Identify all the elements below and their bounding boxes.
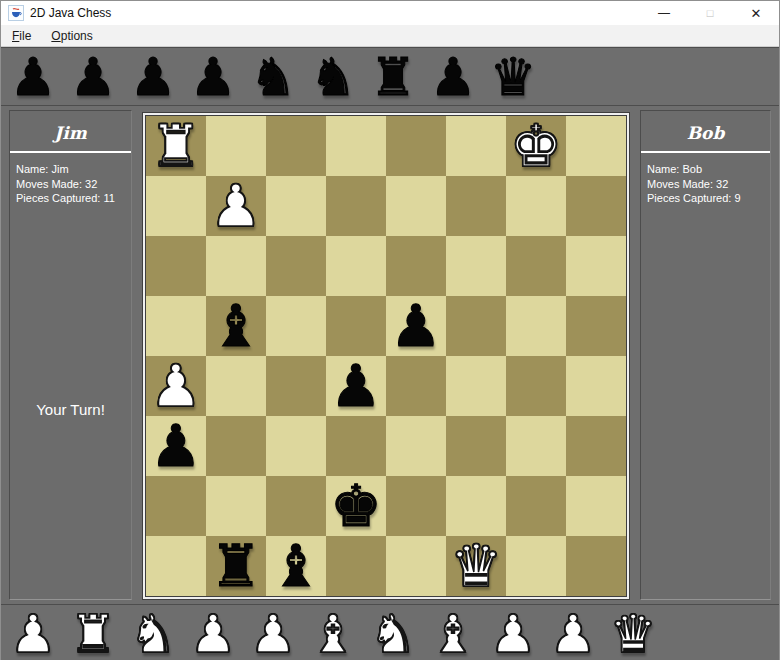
square-c2[interactable] [266,476,326,536]
square-d7[interactable] [326,176,386,236]
square-e6[interactable] [386,236,446,296]
square-a2[interactable] [146,476,206,536]
captured-piece-slot: ♞ [123,605,183,660]
captured-white-pieces-tray: ♟♜♞♟♟♝♞♝♟♟♛ [1,604,779,660]
captured-piece-slot: ♟ [243,605,303,660]
player-name-heading: Bob [641,111,770,151]
captured-piece-slot: ♝ [303,605,363,660]
player-captured-line: Pieces Captured: 11 [16,191,131,206]
piece-bP: ♟ [10,49,57,105]
piece-bP: ♟ [330,356,382,416]
captured-piece-slot: ♟ [483,605,543,660]
captured-piece-slot: ♞ [363,605,423,660]
piece-bP: ♟ [190,49,237,105]
piece-bQ: ♛ [490,49,537,105]
square-e8[interactable] [386,116,446,176]
piece-bP: ♟ [390,296,442,356]
captured-piece-slot: ♟ [183,48,243,105]
java-coffee-cup-icon [8,5,24,21]
square-h8[interactable] [566,116,626,176]
square-g6[interactable] [506,236,566,296]
square-d8[interactable] [326,116,386,176]
square-a6[interactable] [146,236,206,296]
captured-piece-slot: ♝ [423,605,483,660]
square-b8[interactable] [206,116,266,176]
captured-piece-slot: ♟ [543,605,603,660]
square-h1[interactable] [566,536,626,596]
square-h4[interactable] [566,356,626,416]
window-title: 2D Java Chess [30,6,111,20]
square-e1[interactable] [386,536,446,596]
player-name-line: Name: Jim [16,162,131,177]
square-g1[interactable] [506,536,566,596]
piece-wR: ♜ [70,606,117,660]
captured-piece-slot: ♞ [303,48,363,105]
piece-bK: ♚ [330,476,382,536]
square-a3[interactable]: ♟ [146,416,206,476]
square-a7[interactable] [146,176,206,236]
square-d2[interactable]: ♚ [326,476,386,536]
square-c8[interactable] [266,116,326,176]
square-e5[interactable]: ♟ [386,296,446,356]
square-b3[interactable] [206,416,266,476]
square-a4[interactable]: ♟ [146,356,206,416]
window-controls: — □ ✕ [641,1,779,25]
square-g3[interactable] [506,416,566,476]
piece-wQ: ♛ [610,606,657,660]
player-info: Name: Bob Moves Made: 32 Pieces Captured… [641,153,770,206]
square-b5[interactable]: ♝ [206,296,266,356]
square-f8[interactable] [446,116,506,176]
piece-wP: ♟ [10,606,57,660]
app-window: 2D Java Chess — □ ✕ File Options ♟♟♟♟♞♞♜… [0,0,780,660]
square-a5[interactable] [146,296,206,356]
square-h2[interactable] [566,476,626,536]
square-b6[interactable] [206,236,266,296]
captured-piece-slot: ♟ [3,605,63,660]
square-c3[interactable] [266,416,326,476]
square-g5[interactable] [506,296,566,356]
piece-wP: ♟ [250,606,297,660]
piece-bN: ♞ [250,49,297,105]
square-h3[interactable] [566,416,626,476]
captured-black-pieces-tray: ♟♟♟♟♞♞♜♟♛ [1,47,779,106]
piece-wP: ♟ [490,606,537,660]
square-g2[interactable] [506,476,566,536]
square-d3[interactable] [326,416,386,476]
piece-bB: ♝ [210,296,262,356]
square-d1[interactable] [326,536,386,596]
captured-piece-slot: ♟ [123,48,183,105]
piece-wR: ♜ [150,116,202,176]
square-f7[interactable] [446,176,506,236]
square-f3[interactable] [446,416,506,476]
square-b7[interactable]: ♟ [206,176,266,236]
piece-bP: ♟ [70,49,117,105]
close-button[interactable]: ✕ [733,1,779,25]
piece-bP: ♟ [150,416,202,476]
piece-bR: ♜ [210,536,262,596]
chess-board-frame: ♜♚♟♝♟♟♟♟♚♜♝♛ [142,112,630,600]
square-f5[interactable] [446,296,506,356]
player-name-line: Name: Bob [647,162,770,177]
square-c6[interactable] [266,236,326,296]
player-panel-jim: Jim Name: Jim Moves Made: 32 Pieces Capt… [9,110,132,600]
captured-piece-slot: ♜ [363,48,423,105]
square-c5[interactable] [266,296,326,356]
square-c1[interactable]: ♝ [266,536,326,596]
square-h6[interactable] [566,236,626,296]
piece-wN: ♞ [130,606,177,660]
player-info: Name: Jim Moves Made: 32 Pieces Captured… [10,153,131,206]
square-f6[interactable] [446,236,506,296]
square-g4[interactable] [506,356,566,416]
square-c4[interactable] [266,356,326,416]
square-f2[interactable] [446,476,506,536]
piece-wQ: ♛ [450,536,502,596]
player-captured-line: Pieces Captured: 9 [647,191,770,206]
square-e7[interactable] [386,176,446,236]
square-d5[interactable] [326,296,386,356]
player-name-heading: Jim [10,111,131,151]
square-e4[interactable] [386,356,446,416]
square-a1[interactable] [146,536,206,596]
captured-piece-slot: ♟ [63,48,123,105]
captured-piece-slot: ♛ [603,605,663,660]
piece-wP: ♟ [150,356,202,416]
piece-bR: ♜ [370,49,417,105]
piece-bN: ♞ [310,49,357,105]
menu-item-file[interactable]: File [9,27,34,45]
square-g8[interactable]: ♚ [506,116,566,176]
piece-bP: ♟ [430,49,477,105]
piece-wP: ♟ [550,606,597,660]
square-h5[interactable] [566,296,626,356]
square-b4[interactable] [206,356,266,416]
captured-piece-slot: ♛ [483,48,543,105]
piece-wB: ♝ [310,606,357,660]
square-e3[interactable] [386,416,446,476]
square-f1[interactable]: ♛ [446,536,506,596]
piece-bP: ♟ [130,49,177,105]
middle-row: Jim Name: Jim Moves Made: 32 Pieces Capt… [1,106,779,604]
player-moves-line: Moves Made: 32 [647,177,770,192]
minimize-button[interactable]: — [641,1,687,25]
square-g7[interactable] [506,176,566,236]
square-a8[interactable]: ♜ [146,116,206,176]
square-d4[interactable]: ♟ [326,356,386,416]
chess-board-inner-frame: ♜♚♟♝♟♟♟♟♚♜♝♛ [143,113,629,599]
piece-wK: ♚ [510,116,562,176]
chess-board: ♜♚♟♝♟♟♟♟♚♜♝♛ [145,115,627,597]
square-f4[interactable] [446,356,506,416]
title-bar: 2D Java Chess — □ ✕ [1,1,779,25]
piece-bB: ♝ [270,536,322,596]
piece-wP: ♟ [190,606,237,660]
square-e2[interactable] [386,476,446,536]
captured-piece-slot: ♜ [63,605,123,660]
square-c7[interactable] [266,176,326,236]
piece-wB: ♝ [430,606,477,660]
square-b1[interactable]: ♜ [206,536,266,596]
board-area: ♜♚♟♝♟♟♟♟♚♜♝♛ [132,110,640,600]
captured-piece-slot: ♟ [183,605,243,660]
square-d6[interactable] [326,236,386,296]
captured-piece-slot: ♟ [423,48,483,105]
turn-indicator: Your Turn! [10,401,131,418]
maximize-button[interactable]: □ [687,1,733,25]
game-area: ♟♟♟♟♞♞♜♟♛ Jim Name: Jim Moves Made: 32 P… [1,47,779,660]
menu-item-options[interactable]: Options [48,27,95,45]
captured-piece-slot: ♞ [243,48,303,105]
player-panel-bob: Bob Name: Bob Moves Made: 32 Pieces Capt… [640,110,771,600]
square-h7[interactable] [566,176,626,236]
player-moves-line: Moves Made: 32 [16,177,131,192]
captured-piece-slot: ♟ [3,48,63,105]
square-b2[interactable] [206,476,266,536]
menu-bar: File Options [1,25,779,47]
piece-wP: ♟ [210,176,262,236]
piece-wN: ♞ [370,606,417,660]
